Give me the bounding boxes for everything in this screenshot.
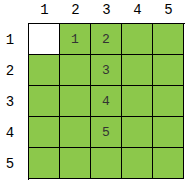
grid-cell-r4-c3[interactable]: 5 — [91, 117, 122, 148]
grid-cell-r1-c3[interactable]: 2 — [91, 24, 122, 55]
grid-cell-r1-c2[interactable]: 1 — [60, 24, 91, 55]
grid-cell-r2-c4[interactable] — [122, 55, 153, 86]
corner-spacer — [0, 0, 28, 23]
col-label-1: 1 — [29, 0, 60, 23]
grid-cell-r5-c5[interactable] — [153, 148, 184, 179]
grid-cell-r5-c4[interactable] — [122, 148, 153, 179]
grid-cell-r4-c1[interactable] — [29, 117, 60, 148]
grid-cell-r3-c4[interactable] — [122, 86, 153, 117]
puzzle-stage: 12345 12345 12345 — [0, 0, 189, 186]
grid-cell-r3-c2[interactable] — [60, 86, 91, 117]
col-label-2: 2 — [60, 0, 91, 23]
row-label-2: 2 — [0, 55, 28, 86]
row-label-5: 5 — [0, 148, 28, 179]
col-label-3: 3 — [91, 0, 122, 23]
grid-cell-r5-c3[interactable] — [91, 148, 122, 179]
grid-cell-r4-c5[interactable] — [153, 117, 184, 148]
puzzle-board: 12345 — [28, 23, 185, 180]
grid-cell-r4-c4[interactable] — [122, 117, 153, 148]
row-labels: 12345 — [0, 24, 28, 180]
row-label-4: 4 — [0, 117, 28, 148]
grid-cell-r2-c3[interactable]: 3 — [91, 55, 122, 86]
col-label-5: 5 — [153, 0, 184, 23]
column-labels: 12345 — [29, 0, 185, 23]
row-label-3: 3 — [0, 86, 28, 117]
grid-cell-r4-c2[interactable] — [60, 117, 91, 148]
grid-cell-r2-c2[interactable] — [60, 55, 91, 86]
grid-cell-r5-c1[interactable] — [29, 148, 60, 179]
grid-cell-r3-c1[interactable] — [29, 86, 60, 117]
grid-cell-r1-c5[interactable] — [153, 24, 184, 55]
grid-cell-r3-c5[interactable] — [153, 86, 184, 117]
grid-cell-r5-c2[interactable] — [60, 148, 91, 179]
row-label-1: 1 — [0, 24, 28, 55]
col-label-4: 4 — [122, 0, 153, 23]
grid-cell-r2-c5[interactable] — [153, 55, 184, 86]
grid-layout: 12345 12345 12345 — [0, 0, 185, 180]
grid-cell-r1-c4[interactable] — [122, 24, 153, 55]
grid-cell-r3-c3[interactable]: 4 — [91, 86, 122, 117]
grid-cell-r2-c1[interactable] — [29, 55, 60, 86]
grid-cell-r1-c1[interactable] — [29, 24, 60, 55]
